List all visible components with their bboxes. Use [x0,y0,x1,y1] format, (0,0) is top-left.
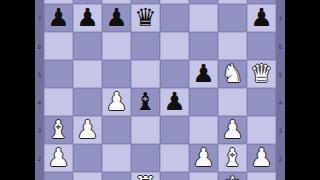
piece-white-pawn[interactable]: ♟ [192,144,214,172]
square-e4[interactable]: ♟ [160,88,189,116]
rank-label-5: 5 [35,71,44,78]
square-g5[interactable]: ♞ [218,60,247,88]
square-c6[interactable] [102,32,131,60]
square-e6[interactable] [160,32,189,60]
piece-black-queen[interactable]: ♛ [134,4,156,32]
rank-label-4: 4 [276,99,285,106]
square-f3[interactable] [189,116,218,144]
piece-white-pawn[interactable]: ♟ [250,144,272,172]
square-d1[interactable]: ♜ [131,172,160,180]
square-h5[interactable]: ♛ [247,60,276,88]
piece-white-queen[interactable]: ♛ [250,60,272,88]
square-d2[interactable] [131,144,160,172]
square-h7[interactable]: ♟ [247,4,276,32]
rank-label-4: 4 [35,99,44,106]
square-a1[interactable] [44,172,73,180]
square-g1[interactable]: ♚ [218,172,247,180]
square-g7[interactable] [218,4,247,32]
square-g4[interactable] [218,88,247,116]
square-a2[interactable]: ♟ [44,144,73,172]
piece-white-pawn[interactable]: ♟ [76,116,98,144]
square-f4[interactable] [189,88,218,116]
piece-white-pawn[interactable]: ♟ [221,116,243,144]
piece-white-pawn[interactable]: ♟ [105,88,127,116]
rank-label-7: 7 [276,15,285,22]
square-f5[interactable]: ♟ [189,60,218,88]
square-g2[interactable]: ♝ [218,144,247,172]
rank-label-7: 7 [35,15,44,22]
rank-label-5: 5 [276,71,285,78]
square-b6[interactable] [73,32,102,60]
square-a6[interactable] [44,32,73,60]
piece-white-pawn[interactable]: ♟ [47,144,69,172]
square-d4[interactable]: ♝ [131,88,160,116]
square-b1[interactable] [73,172,102,180]
piece-black-pawn[interactable]: ♟ [47,4,69,32]
square-g3[interactable]: ♟ [218,116,247,144]
piece-black-pawn[interactable]: ♟ [250,4,272,32]
square-b4[interactable] [73,88,102,116]
square-f6[interactable] [189,32,218,60]
square-e5[interactable] [160,60,189,88]
piece-white-bishop[interactable]: ♝ [47,116,69,144]
square-b7[interactable]: ♟ [73,4,102,32]
piece-white-king[interactable]: ♚ [221,172,243,180]
square-e2[interactable] [160,144,189,172]
square-h6[interactable] [247,32,276,60]
square-d5[interactable] [131,60,160,88]
square-a5[interactable] [44,60,73,88]
rank-label-2: 2 [276,155,285,162]
piece-white-bishop[interactable]: ♝ [221,144,243,172]
square-f2[interactable]: ♟ [189,144,218,172]
square-h3[interactable] [247,116,276,144]
rank-label-3: 3 [35,127,44,134]
square-c4[interactable]: ♟ [102,88,131,116]
piece-black-pawn[interactable]: ♟ [76,4,98,32]
square-h2[interactable]: ♟ [247,144,276,172]
square-d3[interactable] [131,116,160,144]
square-h4[interactable] [247,88,276,116]
board-frame-left: 765432 [35,0,44,180]
piece-white-rook[interactable]: ♜ [134,172,156,180]
square-c2[interactable] [102,144,131,172]
square-c3[interactable] [102,116,131,144]
square-e1[interactable] [160,172,189,180]
rank-label-3: 3 [276,127,285,134]
square-f7[interactable] [189,4,218,32]
piece-black-pawn[interactable]: ♟ [163,88,185,116]
square-b2[interactable] [73,144,102,172]
square-a3[interactable]: ♝ [44,116,73,144]
square-c1[interactable] [102,172,131,180]
square-h1[interactable] [247,172,276,180]
chess-board: ♜♝♜♚♟♟♟♛♟♟♞♛♟♝♟♝♟♟♟♟♝♟♜♚ [44,0,276,180]
rank-label-6: 6 [276,43,285,50]
piece-white-knight[interactable]: ♞ [221,60,243,88]
square-d7[interactable]: ♛ [131,4,160,32]
board-frame-right: 765432 [276,0,285,180]
piece-black-pawn[interactable]: ♟ [192,60,214,88]
square-a7[interactable]: ♟ [44,4,73,32]
square-e7[interactable] [160,4,189,32]
square-d6[interactable] [131,32,160,60]
square-a4[interactable] [44,88,73,116]
piece-black-pawn[interactable]: ♟ [105,4,127,32]
piece-black-bishop[interactable]: ♝ [134,88,156,116]
chess-diagram: 765432 ♜♝♜♚♟♟♟♛♟♟♞♛♟♝♟♝♟♟♟♟♝♟♜♚ 765432 [0,0,320,180]
square-c5[interactable] [102,60,131,88]
square-f1[interactable] [189,172,218,180]
square-c7[interactable]: ♟ [102,4,131,32]
square-b3[interactable]: ♟ [73,116,102,144]
square-g6[interactable] [218,32,247,60]
rank-label-2: 2 [35,155,44,162]
rank-label-6: 6 [35,43,44,50]
square-e3[interactable] [160,116,189,144]
square-b5[interactable] [73,60,102,88]
